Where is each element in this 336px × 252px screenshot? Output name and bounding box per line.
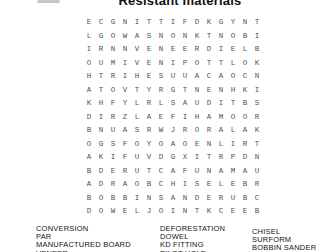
grid-cell: L: [227, 124, 239, 138]
grid-cell: O: [107, 30, 119, 44]
grid-cell: Y: [227, 16, 239, 30]
grid-cell: N: [95, 124, 107, 138]
grid-cell: K: [239, 84, 251, 98]
grid-cell: D: [95, 178, 107, 192]
word-list-item: BOBBIN SANDER: [252, 244, 316, 252]
grid-cell: E: [179, 43, 191, 57]
grid-cell: I: [131, 16, 143, 30]
grid-cell: N: [239, 16, 251, 30]
grid-cell: U: [167, 70, 179, 84]
grid-cell: N: [179, 30, 191, 44]
grid-cell: I: [167, 16, 179, 30]
grid-cell: K: [203, 16, 215, 30]
grid-cell: G: [107, 16, 119, 30]
grid-cell: N: [251, 70, 263, 84]
grid-cell: L: [227, 57, 239, 71]
grid-cell: U: [95, 57, 107, 71]
grid-cell: R: [203, 124, 215, 138]
grid-cell: O: [83, 138, 95, 152]
grid-cell: U: [191, 97, 203, 111]
grid-cell: D: [95, 165, 107, 179]
grid-cell: C: [155, 178, 167, 192]
grid-cell: M: [215, 111, 227, 125]
grid-cell: F: [167, 111, 179, 125]
grid-cell: P: [227, 151, 239, 165]
grid-cell: L: [239, 43, 251, 57]
grid-cell: R: [107, 70, 119, 84]
grid-cell: N: [203, 138, 215, 152]
grid-cell: D: [155, 151, 167, 165]
grid-cell: E: [143, 57, 155, 71]
grid-cell: I: [167, 57, 179, 71]
grid-cell: T: [203, 151, 215, 165]
grid-cell: T: [191, 205, 203, 219]
grid-cell: A: [191, 70, 203, 84]
grid-cell: D: [191, 192, 203, 206]
grid-cell: A: [239, 165, 251, 179]
grid-cell: D: [191, 16, 203, 30]
grid-cell: W: [155, 124, 167, 138]
grid-cell: O: [155, 205, 167, 219]
grid-cell: U: [251, 165, 263, 179]
grid-cell: E: [227, 178, 239, 192]
grid-cell: G: [167, 84, 179, 98]
grid-cell: G: [215, 16, 227, 30]
grid-cell: B: [251, 205, 263, 219]
grid-cell: U: [191, 165, 203, 179]
grid-cell: V: [131, 43, 143, 57]
grid-cell: O: [155, 138, 167, 152]
grid-cell: X: [179, 151, 191, 165]
grid-cell: O: [227, 111, 239, 125]
grid-cell: T: [95, 70, 107, 84]
grid-cell: U: [107, 124, 119, 138]
grid-cell: B: [239, 178, 251, 192]
grid-cell: A: [143, 111, 155, 125]
grid-cell: O: [239, 57, 251, 71]
grid-cell: Y: [143, 138, 155, 152]
word-list-column-1: CONVERSIONPARMANUFACTURED BOARDVENEER: [36, 225, 131, 252]
grid-cell: N: [215, 30, 227, 44]
grid-cell: E: [203, 178, 215, 192]
grid-cell: M: [107, 57, 119, 71]
grid-cell: S: [191, 178, 203, 192]
grid-cell: I: [251, 84, 263, 98]
grid-cell: B: [251, 43, 263, 57]
grid-cell: J: [143, 205, 155, 219]
grid-cell: O: [227, 70, 239, 84]
grid-cell: G: [95, 30, 107, 44]
grid-cell: O: [179, 138, 191, 152]
grid-cell: H: [191, 111, 203, 125]
grid-cell: K: [191, 30, 203, 44]
grid-cell: R: [251, 178, 263, 192]
grid-cell: D: [83, 205, 95, 219]
grid-cell: N: [143, 192, 155, 206]
grid-cell: E: [155, 111, 167, 125]
grid-cell: T: [143, 165, 155, 179]
grid-cell: N: [215, 84, 227, 98]
grid-cell: K: [251, 124, 263, 138]
grid-cell: V: [143, 151, 155, 165]
grid-cell: O: [95, 205, 107, 219]
grid-cell: T: [143, 16, 155, 30]
grid-cell: C: [239, 70, 251, 84]
grid-cell: O: [107, 84, 119, 98]
grid-cell: B: [239, 97, 251, 111]
grid-cell: O: [83, 57, 95, 71]
grid-cell: I: [215, 43, 227, 57]
grid-cell: A: [215, 165, 227, 179]
grid-cell: P: [179, 57, 191, 71]
grid-cell: S: [143, 30, 155, 44]
grid-cell: A: [83, 151, 95, 165]
grid-cell: C: [95, 16, 107, 30]
grid-cell: B: [239, 192, 251, 206]
grid-cell: I: [95, 111, 107, 125]
grid-cell: O: [191, 124, 203, 138]
grid-cell: F: [107, 97, 119, 111]
grid-cell: O: [95, 192, 107, 206]
grid-cell: T: [203, 30, 215, 44]
grid-cell: A: [131, 30, 143, 44]
grid-cell: O: [239, 111, 251, 125]
grid-cell: T: [155, 16, 167, 30]
grid-cell: A: [167, 165, 179, 179]
grid-cell: A: [215, 124, 227, 138]
word-search-grid: ECGNITTIFDKGYNTLGOWASNONKTNOBIIRNNVENEER…: [83, 16, 263, 219]
grid-cell: A: [215, 70, 227, 84]
grid-cell: K: [83, 97, 95, 111]
grid-cell: O: [167, 30, 179, 44]
grid-cell: N: [155, 30, 167, 44]
grid-cell: F: [119, 151, 131, 165]
grid-cell: T: [95, 84, 107, 98]
grid-cell: R: [179, 124, 191, 138]
grid-cell: A: [167, 192, 179, 206]
grid-cell: E: [203, 84, 215, 98]
grid-cell: I: [83, 43, 95, 57]
grid-cell: E: [191, 138, 203, 152]
grid-cell: H: [227, 84, 239, 98]
grid-cell: U: [131, 165, 143, 179]
grid-cell: C: [203, 70, 215, 84]
grid-cell: H: [83, 70, 95, 84]
grid-cell: L: [155, 97, 167, 111]
grid-cell: O: [191, 57, 203, 71]
grid-cell: N: [119, 43, 131, 57]
grid-cell: N: [191, 84, 203, 98]
grid-cell: K: [95, 151, 107, 165]
grid-cell: H: [131, 70, 143, 84]
grid-cell: H: [167, 178, 179, 192]
grid-cell: A: [83, 84, 95, 98]
grid-cell: K: [203, 205, 215, 219]
grid-cell: O: [227, 30, 239, 44]
grid-cell: W: [107, 205, 119, 219]
grid-cell: U: [179, 70, 191, 84]
grid-cell: B: [83, 124, 95, 138]
grid-cell: B: [143, 178, 155, 192]
grid-cell: N: [119, 16, 131, 30]
grid-cell: E: [143, 43, 155, 57]
grid-cell: K: [251, 57, 263, 71]
grid-cell: A: [119, 124, 131, 138]
grid-cell: R: [143, 124, 155, 138]
grid-cell: L: [215, 138, 227, 152]
grid-cell: N: [107, 43, 119, 57]
grid-cell: I: [191, 151, 203, 165]
grid-cell: B: [83, 165, 95, 179]
grid-cell: S: [251, 97, 263, 111]
grid-cell: D: [203, 97, 215, 111]
word-list-column-2: DEFORESTATIONDOWELKD FITTINGPILOT HOLE: [160, 225, 225, 252]
grid-cell: L: [83, 30, 95, 44]
grid-cell: S: [107, 138, 119, 152]
grid-cell: T: [251, 138, 263, 152]
grid-cell: N: [155, 43, 167, 57]
grid-cell: I: [227, 138, 239, 152]
grid-cell: L: [131, 205, 143, 219]
grid-cell: E: [167, 43, 179, 57]
grid-cell: E: [119, 205, 131, 219]
grid-cell: B: [107, 192, 119, 206]
grid-cell: L: [131, 111, 143, 125]
grid-cell: T: [203, 57, 215, 71]
grid-cell: N: [179, 192, 191, 206]
grid-cell: D: [83, 111, 95, 125]
grid-cell: F: [119, 138, 131, 152]
grid-cell: R: [107, 111, 119, 125]
grid-cell: N: [155, 57, 167, 71]
grid-cell: R: [215, 192, 227, 206]
grid-cell: S: [131, 124, 143, 138]
grid-cell: L: [131, 97, 143, 111]
grid-cell: V: [131, 57, 143, 71]
grid-cell: B: [119, 192, 131, 206]
grid-cell: I: [167, 205, 179, 219]
grid-cell: L: [215, 178, 227, 192]
grid-cell: I: [179, 178, 191, 192]
grid-cell: S: [155, 70, 167, 84]
grid-cell: N: [203, 165, 215, 179]
grid-cell: I: [179, 111, 191, 125]
grid-cell: E: [83, 16, 95, 30]
grid-cell: B: [239, 30, 251, 44]
grid-cell: I: [119, 70, 131, 84]
grid-cell: A: [167, 138, 179, 152]
grid-cell: Y: [119, 97, 131, 111]
grid-cell: D: [203, 43, 215, 57]
grid-cell: E: [227, 43, 239, 57]
grid-cell: I: [131, 192, 143, 206]
grid-cell: E: [239, 205, 251, 219]
grid-cell: J: [167, 124, 179, 138]
grid-cell: C: [155, 165, 167, 179]
grid-cell: V: [119, 84, 131, 98]
worksheet-page: Resistant materials ECGNITTIFDKGYNTLGOWA…: [0, 0, 336, 252]
grid-cell: T: [227, 97, 239, 111]
grid-cell: G: [167, 151, 179, 165]
grid-cell: B: [83, 192, 95, 206]
grid-cell: C: [215, 205, 227, 219]
grid-cell: A: [179, 97, 191, 111]
grid-cell: I: [251, 30, 263, 44]
grid-cell: A: [119, 178, 131, 192]
grid-cell: A: [239, 124, 251, 138]
grid-cell: R: [251, 111, 263, 125]
grid-cell: E: [227, 205, 239, 219]
grid-cell: T: [251, 16, 263, 30]
grid-cell: U: [227, 192, 239, 206]
grid-cell: D: [239, 151, 251, 165]
grid-cell: I: [119, 57, 131, 71]
grid-cell: S: [167, 97, 179, 111]
grid-cell: T: [179, 84, 191, 98]
grid-cell: Y: [143, 84, 155, 98]
grid-cell: A: [203, 111, 215, 125]
grid-cell: S: [155, 192, 167, 206]
grid-cell: R: [155, 84, 167, 98]
grid-cell: R: [239, 138, 251, 152]
grid-cell: F: [179, 165, 191, 179]
grid-cell: O: [131, 138, 143, 152]
grid-cell: W: [119, 30, 131, 44]
grid-cell: A: [83, 178, 95, 192]
grid-cell: I: [107, 151, 119, 165]
grid-cell: R: [95, 43, 107, 57]
grid-cell: R: [191, 43, 203, 57]
word-list-column-3: CHISELSURFORMBOBBIN SANDER: [252, 228, 316, 252]
grid-cell: E: [143, 70, 155, 84]
grid-cell: H: [95, 97, 107, 111]
grid-cell: I: [215, 97, 227, 111]
grid-cell: M: [227, 165, 239, 179]
grid-cell: U: [131, 151, 143, 165]
grid-cell: Z: [119, 111, 131, 125]
grid-cell: T: [215, 57, 227, 71]
grid-cell: T: [131, 84, 143, 98]
grid-cell: F: [179, 16, 191, 30]
grid-cell: C: [251, 192, 263, 206]
grid-cell: E: [203, 192, 215, 206]
grid-cell: O: [131, 178, 143, 192]
grid-cell: G: [95, 138, 107, 152]
grid-cell: R: [215, 151, 227, 165]
grid-cell: R: [107, 178, 119, 192]
grid-cell: R: [143, 97, 155, 111]
page-title: Resistant materials: [12, 0, 336, 8]
grid-cell: E: [107, 165, 119, 179]
grid-cell: R: [119, 165, 131, 179]
grid-cell: N: [251, 151, 263, 165]
grid-cell: N: [179, 205, 191, 219]
